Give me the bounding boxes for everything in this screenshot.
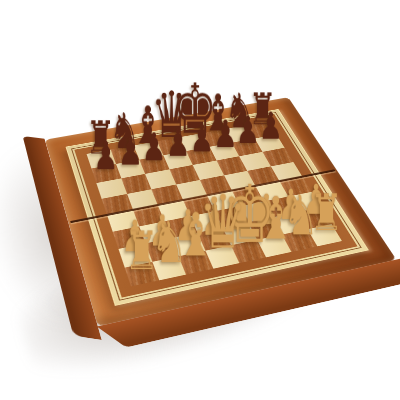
chess-board: ♜♞♝♛♚♝♞♜♟♟♟♟♟♟♟♟♟♟♟♟♟♟♟♟♜♞♝♛♚♝♞♜ — [45, 97, 397, 326]
scene: ♜♞♝♛♚♝♞♜♟♟♟♟♟♟♟♟♟♟♟♟♟♟♟♟♜♞♝♛♚♝♞♜ — [0, 0, 400, 400]
white-rook-a1[interactable]: ♜ — [124, 224, 158, 277]
